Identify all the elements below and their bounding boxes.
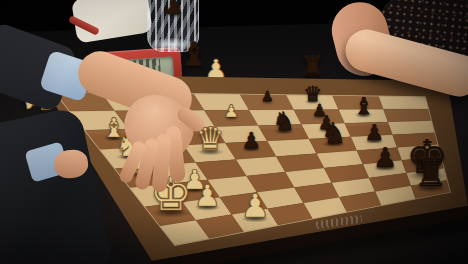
chess-piece-black-pawn-a5[interactable]: ♟ [261, 89, 274, 103]
chess-piece-black-pawn-f7[interactable]: ♟ [373, 144, 397, 171]
chess-piece-white-pawn-b4[interactable]: ♟ [224, 103, 239, 120]
chess-piece-black-pawn-d4[interactable]: ♟ [241, 130, 261, 152]
chess-piece-black-knight-d6[interactable]: ♞ [320, 118, 346, 147]
chess-piece-black-pawn-d7[interactable]: ♟ [365, 122, 385, 144]
chess-piece-black-rook-h8[interactable]: ♜ [414, 154, 448, 192]
chess-piece-white-pawn-h3[interactable]: ♟ [241, 190, 270, 222]
chess-piece-black-bishop-b7[interactable]: ♝ [353, 95, 374, 118]
chess-piece-white-pawn-g2[interactable]: ♟ [194, 181, 221, 211]
chess-match-scene: ♟♝♟♜♟♞ ♛♟♟♝♟♝♞♟♞♛♞♟♟♜♟♟♚♟♚♟♜ [0, 0, 468, 264]
chess-piece-black-knight-c5[interactable]: ♞ [273, 109, 296, 134]
